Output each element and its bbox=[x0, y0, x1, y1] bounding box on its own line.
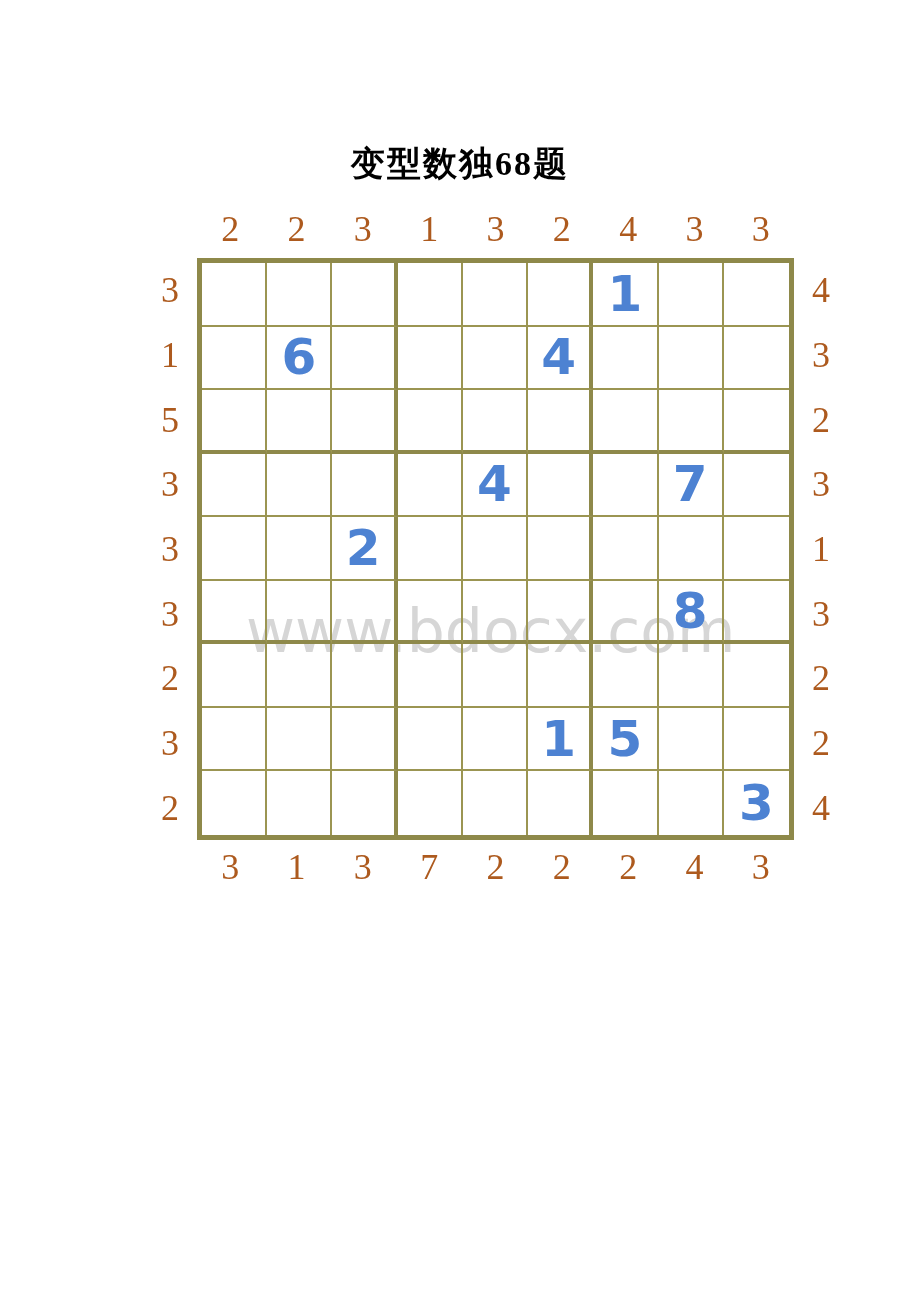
clue-top-2: 2 bbox=[263, 204, 329, 254]
given-digit: 2 bbox=[346, 523, 381, 573]
clue-left-3: 5 bbox=[140, 387, 200, 452]
cell-r2c6[interactable]: 4 bbox=[528, 327, 593, 391]
cell-r5c2[interactable] bbox=[267, 517, 332, 581]
cell-r4c9[interactable] bbox=[724, 454, 789, 518]
clue-top-9: 3 bbox=[728, 204, 794, 254]
page-title: 变型数独68题 bbox=[0, 141, 920, 187]
cell-r5c6[interactable] bbox=[528, 517, 593, 581]
cell-r9c6[interactable] bbox=[528, 771, 593, 835]
cell-r7c3[interactable] bbox=[332, 644, 397, 708]
cell-r8c9[interactable] bbox=[724, 708, 789, 772]
cell-r5c1[interactable] bbox=[202, 517, 267, 581]
cell-r7c6[interactable] bbox=[528, 644, 593, 708]
cell-r7c7[interactable] bbox=[593, 644, 658, 708]
cell-r4c8[interactable]: 7 bbox=[659, 454, 724, 518]
clue-top-5: 3 bbox=[462, 204, 528, 254]
cell-r1c1[interactable] bbox=[202, 263, 267, 327]
clue-right-4: 3 bbox=[791, 452, 851, 517]
clue-left-7: 2 bbox=[140, 646, 200, 711]
clue-bottom-9: 3 bbox=[728, 842, 794, 892]
cell-r7c9[interactable] bbox=[724, 644, 789, 708]
cell-r9c1[interactable] bbox=[202, 771, 267, 835]
cell-r3c5[interactable] bbox=[463, 390, 528, 454]
clue-bottom-7: 2 bbox=[595, 842, 661, 892]
cell-r7c1[interactable] bbox=[202, 644, 267, 708]
cell-r1c4[interactable] bbox=[398, 263, 463, 327]
cell-r1c8[interactable] bbox=[659, 263, 724, 327]
clue-bottom-2: 1 bbox=[263, 842, 329, 892]
clue-top-4: 1 bbox=[396, 204, 462, 254]
left-clues: 315333232 bbox=[140, 258, 200, 840]
cell-r2c2[interactable]: 6 bbox=[267, 327, 332, 391]
cell-r4c6[interactable] bbox=[528, 454, 593, 518]
cell-r8c6[interactable]: 1 bbox=[528, 708, 593, 772]
cell-r7c2[interactable] bbox=[267, 644, 332, 708]
cell-r3c8[interactable] bbox=[659, 390, 724, 454]
cell-r2c3[interactable] bbox=[332, 327, 397, 391]
cell-r9c3[interactable] bbox=[332, 771, 397, 835]
clue-right-9: 4 bbox=[791, 775, 851, 840]
clue-bottom-4: 7 bbox=[396, 842, 462, 892]
cell-r4c2[interactable] bbox=[267, 454, 332, 518]
cell-r1c3[interactable] bbox=[332, 263, 397, 327]
cell-r3c6[interactable] bbox=[528, 390, 593, 454]
cell-r4c4[interactable] bbox=[398, 454, 463, 518]
top-clues: 223132433 bbox=[197, 204, 794, 254]
clue-right-8: 2 bbox=[791, 711, 851, 776]
cell-r3c2[interactable] bbox=[267, 390, 332, 454]
cell-r2c9[interactable] bbox=[724, 327, 789, 391]
clue-top-6: 2 bbox=[529, 204, 595, 254]
cell-r6c1[interactable] bbox=[202, 581, 267, 645]
given-digit: 4 bbox=[477, 459, 512, 509]
clue-left-8: 3 bbox=[140, 711, 200, 776]
cell-r6c9[interactable] bbox=[724, 581, 789, 645]
cell-r9c7[interactable] bbox=[593, 771, 658, 835]
clue-left-9: 2 bbox=[140, 775, 200, 840]
right-clues: 432313224 bbox=[791, 258, 851, 840]
cell-r8c1[interactable] bbox=[202, 708, 267, 772]
cell-r9c4[interactable] bbox=[398, 771, 463, 835]
clue-bottom-8: 4 bbox=[661, 842, 727, 892]
cell-r8c3[interactable] bbox=[332, 708, 397, 772]
cell-r5c5[interactable] bbox=[463, 517, 528, 581]
cell-r6c3[interactable] bbox=[332, 581, 397, 645]
clue-right-1: 4 bbox=[791, 258, 851, 323]
cell-r4c3[interactable] bbox=[332, 454, 397, 518]
sudoku-grid: 1644728153 bbox=[197, 258, 794, 840]
bottom-clues: 313722243 bbox=[197, 842, 794, 892]
clue-left-5: 3 bbox=[140, 517, 200, 582]
clue-right-7: 2 bbox=[791, 646, 851, 711]
cell-r3c7[interactable] bbox=[593, 390, 658, 454]
cell-r8c2[interactable] bbox=[267, 708, 332, 772]
cell-r4c5[interactable]: 4 bbox=[463, 454, 528, 518]
given-digit: 5 bbox=[608, 714, 643, 764]
cell-r7c8[interactable] bbox=[659, 644, 724, 708]
cell-r8c5[interactable] bbox=[463, 708, 528, 772]
given-digit: 7 bbox=[673, 459, 708, 509]
cell-r5c9[interactable] bbox=[724, 517, 789, 581]
cell-r9c5[interactable] bbox=[463, 771, 528, 835]
cell-r6c4[interactable] bbox=[398, 581, 463, 645]
cell-r7c5[interactable] bbox=[463, 644, 528, 708]
cell-r1c6[interactable] bbox=[528, 263, 593, 327]
cell-r3c9[interactable] bbox=[724, 390, 789, 454]
cell-r6c7[interactable] bbox=[593, 581, 658, 645]
clue-right-3: 2 bbox=[791, 387, 851, 452]
cell-r7c4[interactable] bbox=[398, 644, 463, 708]
cell-r2c7[interactable] bbox=[593, 327, 658, 391]
cell-r4c1[interactable] bbox=[202, 454, 267, 518]
given-digit: 1 bbox=[541, 714, 576, 764]
cell-r1c5[interactable] bbox=[463, 263, 528, 327]
given-digit: 1 bbox=[608, 269, 643, 319]
cell-r1c9[interactable] bbox=[724, 263, 789, 327]
clue-right-6: 3 bbox=[791, 581, 851, 646]
cell-r6c8[interactable]: 8 bbox=[659, 581, 724, 645]
clue-top-8: 3 bbox=[661, 204, 727, 254]
cell-r9c2[interactable] bbox=[267, 771, 332, 835]
clue-bottom-6: 2 bbox=[529, 842, 595, 892]
clue-top-7: 4 bbox=[595, 204, 661, 254]
cell-r2c8[interactable] bbox=[659, 327, 724, 391]
cell-r3c1[interactable] bbox=[202, 390, 267, 454]
cell-r4c7[interactable] bbox=[593, 454, 658, 518]
cell-r2c1[interactable] bbox=[202, 327, 267, 391]
clue-right-2: 3 bbox=[791, 323, 851, 388]
cell-r8c8[interactable] bbox=[659, 708, 724, 772]
clue-left-4: 3 bbox=[140, 452, 200, 517]
cell-r9c9[interactable]: 3 bbox=[724, 771, 789, 835]
page: 变型数独68题 223132433 315333232 432313224 31… bbox=[0, 0, 920, 1302]
given-digit: 4 bbox=[541, 332, 576, 382]
cell-r5c7[interactable] bbox=[593, 517, 658, 581]
cell-r9c8[interactable] bbox=[659, 771, 724, 835]
given-digit: 6 bbox=[281, 332, 316, 382]
cell-r8c7[interactable]: 5 bbox=[593, 708, 658, 772]
clue-left-1: 3 bbox=[140, 258, 200, 323]
cell-r5c3[interactable]: 2 bbox=[332, 517, 397, 581]
clue-left-6: 3 bbox=[140, 581, 200, 646]
cell-r2c5[interactable] bbox=[463, 327, 528, 391]
cell-r1c2[interactable] bbox=[267, 263, 332, 327]
cell-r2c4[interactable] bbox=[398, 327, 463, 391]
cell-r5c8[interactable] bbox=[659, 517, 724, 581]
given-digit: 8 bbox=[673, 586, 708, 636]
clue-bottom-3: 3 bbox=[330, 842, 396, 892]
cell-r8c4[interactable] bbox=[398, 708, 463, 772]
cell-r3c3[interactable] bbox=[332, 390, 397, 454]
clue-left-2: 1 bbox=[140, 323, 200, 388]
given-digit: 3 bbox=[739, 778, 774, 828]
cell-r5c4[interactable] bbox=[398, 517, 463, 581]
clue-top-1: 2 bbox=[197, 204, 263, 254]
cell-r1c7[interactable]: 1 bbox=[593, 263, 658, 327]
cell-r6c2[interactable] bbox=[267, 581, 332, 645]
clue-top-3: 3 bbox=[330, 204, 396, 254]
clue-right-5: 1 bbox=[791, 517, 851, 582]
cell-r6c5[interactable] bbox=[463, 581, 528, 645]
cell-r6c6[interactable] bbox=[528, 581, 593, 645]
cell-r3c4[interactable] bbox=[398, 390, 463, 454]
clue-bottom-5: 2 bbox=[462, 842, 528, 892]
clue-bottom-1: 3 bbox=[197, 842, 263, 892]
